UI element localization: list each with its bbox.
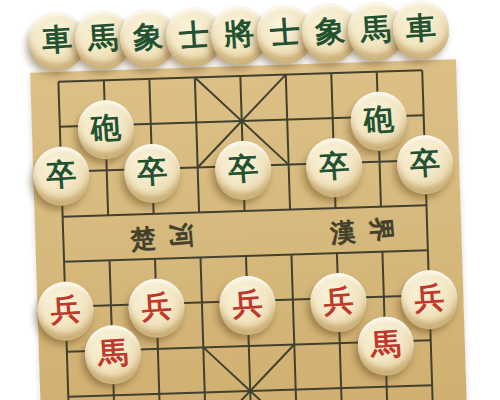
piece-character: 車 [41,24,73,56]
piece-character: 象 [314,15,346,47]
piece-character: 卒 [45,159,77,191]
piece-red-soldier[interactable]: 兵 [37,281,95,339]
piece-character: 兵 [232,288,264,320]
piece-red-soldier[interactable]: 兵 [128,278,186,336]
piece-character: 士 [178,20,210,52]
screenshot-root: 楚河 漢界 車馬象士將士象馬車砲砲卒卒卒卒卒兵兵兵兵馬兵馬 [0,0,500,400]
piece-red-soldier[interactable]: 兵 [310,272,368,330]
xiangqi-board[interactable]: 楚河 漢界 車馬象士將士象馬車砲砲卒卒卒卒卒兵兵兵兵馬兵馬 [30,59,468,400]
piece-black-soldier[interactable]: 卒 [396,134,454,192]
piece-character: 將 [223,18,255,50]
piece-black-soldier[interactable]: 卒 [123,143,181,201]
piece-character: 卒 [318,150,350,182]
piece-character: 士 [269,17,301,49]
piece-character: 象 [132,21,164,53]
piece-character: 卒 [409,147,441,179]
piece-character: 馬 [359,14,391,46]
piece-black-soldier[interactable]: 卒 [305,137,363,195]
piece-character: 砲 [89,112,121,144]
piece-red-soldier[interactable]: 兵 [401,269,459,327]
piece-red-soldier[interactable]: 兵 [219,275,277,333]
piece-character: 車 [405,12,437,44]
piece-character: 砲 [362,104,394,136]
piece-character: 兵 [413,282,445,314]
piece-character: 馬 [96,337,128,369]
piece-character: 兵 [322,285,354,317]
piece-character: 兵 [141,291,173,323]
piece-red-horse[interactable]: 馬 [84,324,142,382]
piece-black-soldier[interactable]: 卒 [32,146,90,204]
piece-layer: 車馬象士將士象馬車砲砲卒卒卒卒卒兵兵兵兵馬兵馬 [34,5,457,400]
piece-black-soldier[interactable]: 卒 [214,140,272,198]
piece-black-chariot[interactable]: 車 [392,0,450,57]
piece-character: 卒 [227,153,259,185]
piece-character: 馬 [87,22,119,54]
piece-red-horse[interactable]: 馬 [356,316,414,374]
piece-black-cannon[interactable]: 砲 [77,99,135,157]
piece-character: 兵 [50,294,82,326]
piece-black-cannon[interactable]: 砲 [349,91,407,149]
piece-character: 卒 [136,156,168,188]
piece-character: 馬 [369,329,401,361]
